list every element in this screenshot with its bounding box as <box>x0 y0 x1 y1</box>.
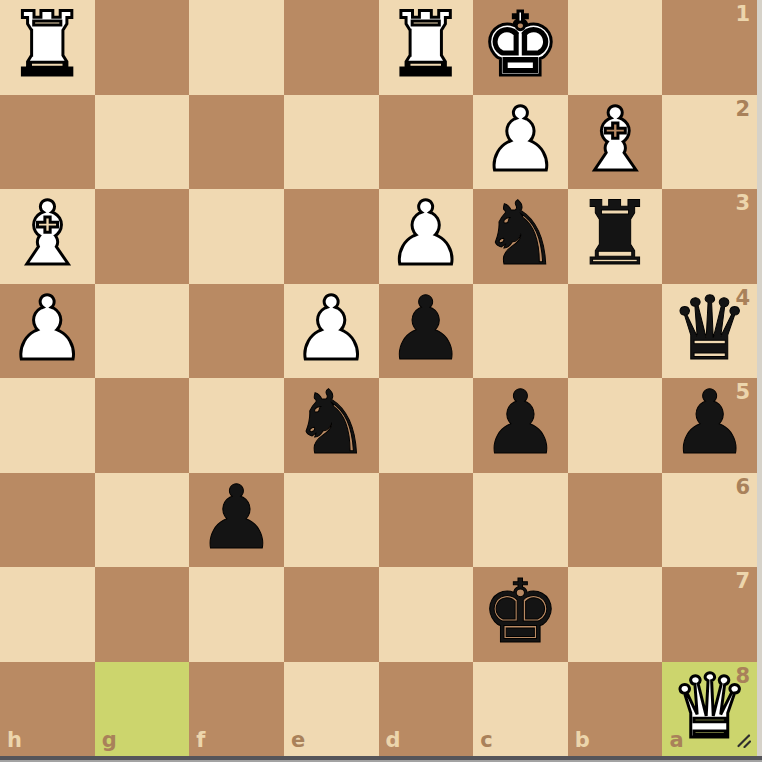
file-label-g: g <box>102 730 117 751</box>
square-g8[interactable]: g <box>95 662 190 757</box>
square-b7[interactable] <box>568 567 663 662</box>
square-d3[interactable]: ♟ <box>379 189 474 284</box>
square-a4[interactable]: ♛4 <box>662 284 757 379</box>
black-pawn-c5[interactable]: ♟ <box>481 379 560 467</box>
square-f5[interactable] <box>189 378 284 473</box>
file-label-h: h <box>7 730 22 751</box>
square-c6[interactable] <box>473 473 568 568</box>
square-e6[interactable] <box>284 473 379 568</box>
black-rook-b3[interactable]: ♜ <box>576 190 655 278</box>
file-label-d: d <box>386 730 401 751</box>
file-label-e: e <box>291 730 305 751</box>
square-c4[interactable] <box>473 284 568 379</box>
file-label-f: f <box>196 730 205 751</box>
square-f8[interactable]: f <box>189 662 284 757</box>
white-pawn-e4[interactable]: ♟ <box>292 285 371 373</box>
black-knight-e5[interactable]: ♞ <box>292 379 371 467</box>
square-a2[interactable]: 2 <box>662 95 757 190</box>
square-f4[interactable] <box>189 284 284 379</box>
square-h5[interactable] <box>0 378 95 473</box>
rank-label-4: 4 <box>735 288 750 309</box>
square-f3[interactable] <box>189 189 284 284</box>
square-e4[interactable]: ♟ <box>284 284 379 379</box>
board-bottom-edge <box>0 756 762 762</box>
white-pawn-c2[interactable]: ♟ <box>481 96 560 184</box>
rank-label-5: 5 <box>735 382 750 403</box>
square-d7[interactable] <box>379 567 474 662</box>
square-e1[interactable] <box>284 0 379 95</box>
square-c1[interactable]: ♚ <box>473 0 568 95</box>
square-b3[interactable]: ♜ <box>568 189 663 284</box>
square-c5[interactable]: ♟ <box>473 378 568 473</box>
rank-label-3: 3 <box>735 193 750 214</box>
square-f6[interactable]: ♟ <box>189 473 284 568</box>
square-b5[interactable] <box>568 378 663 473</box>
file-label-a: a <box>669 730 683 751</box>
file-label-b: b <box>575 730 590 751</box>
white-rook-d1[interactable]: ♜ <box>386 1 465 89</box>
white-king-c1[interactable]: ♚ <box>481 1 560 89</box>
square-g7[interactable] <box>95 567 190 662</box>
square-h3[interactable]: ♝ <box>0 189 95 284</box>
square-d8[interactable]: d <box>379 662 474 757</box>
square-h1[interactable]: ♜ <box>0 0 95 95</box>
square-b6[interactable] <box>568 473 663 568</box>
chess-board: ♜♜♚1♟♝2♝♟♞♜3♟♟♟♛4♞♟♟5♟6♚7hgfedcb♛a8 <box>0 0 757 756</box>
white-bishop-b2[interactable]: ♝ <box>576 96 655 184</box>
square-d4[interactable]: ♟ <box>379 284 474 379</box>
square-f1[interactable] <box>189 0 284 95</box>
square-h4[interactable]: ♟ <box>0 284 95 379</box>
board-grid: ♜♜♚1♟♝2♝♟♞♜3♟♟♟♛4♞♟♟5♟6♚7hgfedcb♛a8 <box>0 0 757 756</box>
rank-label-8: 8 <box>735 666 750 687</box>
square-c3[interactable]: ♞ <box>473 189 568 284</box>
square-g5[interactable] <box>95 378 190 473</box>
square-e3[interactable] <box>284 189 379 284</box>
square-h7[interactable] <box>0 567 95 662</box>
square-a5[interactable]: ♟5 <box>662 378 757 473</box>
file-label-c: c <box>480 730 492 751</box>
square-f7[interactable] <box>189 567 284 662</box>
square-e8[interactable]: e <box>284 662 379 757</box>
black-pawn-d4[interactable]: ♟ <box>386 285 465 373</box>
square-b8[interactable]: b <box>568 662 663 757</box>
square-b1[interactable] <box>568 0 663 95</box>
square-d1[interactable]: ♜ <box>379 0 474 95</box>
square-g1[interactable] <box>95 0 190 95</box>
square-h8[interactable]: h <box>0 662 95 757</box>
rank-label-7: 7 <box>735 571 750 592</box>
square-g2[interactable] <box>95 95 190 190</box>
white-rook-h1[interactable]: ♜ <box>8 1 87 89</box>
rank-label-1: 1 <box>735 4 750 25</box>
square-g3[interactable] <box>95 189 190 284</box>
square-e2[interactable] <box>284 95 379 190</box>
square-c2[interactable]: ♟ <box>473 95 568 190</box>
square-c8[interactable]: c <box>473 662 568 757</box>
square-e5[interactable]: ♞ <box>284 378 379 473</box>
square-b4[interactable] <box>568 284 663 379</box>
square-a1[interactable]: 1 <box>662 0 757 95</box>
square-d6[interactable] <box>379 473 474 568</box>
board-resize-handle-icon[interactable] <box>735 732 751 748</box>
square-d2[interactable] <box>379 95 474 190</box>
rank-label-2: 2 <box>735 99 750 120</box>
white-pawn-d3[interactable]: ♟ <box>386 190 465 278</box>
white-bishop-h3[interactable]: ♝ <box>8 190 87 278</box>
square-a3[interactable]: 3 <box>662 189 757 284</box>
rank-label-6: 6 <box>735 477 750 498</box>
black-pawn-f6[interactable]: ♟ <box>197 474 276 562</box>
square-c7[interactable]: ♚ <box>473 567 568 662</box>
black-knight-c3[interactable]: ♞ <box>481 190 560 278</box>
square-a7[interactable]: 7 <box>662 567 757 662</box>
square-g4[interactable] <box>95 284 190 379</box>
white-pawn-h4[interactable]: ♟ <box>8 285 87 373</box>
black-king-c7[interactable]: ♚ <box>481 568 560 656</box>
square-b2[interactable]: ♝ <box>568 95 663 190</box>
square-d5[interactable] <box>379 378 474 473</box>
square-f2[interactable] <box>189 95 284 190</box>
square-h2[interactable] <box>0 95 95 190</box>
square-a6[interactable]: 6 <box>662 473 757 568</box>
square-g6[interactable] <box>95 473 190 568</box>
square-e7[interactable] <box>284 567 379 662</box>
square-h6[interactable] <box>0 473 95 568</box>
